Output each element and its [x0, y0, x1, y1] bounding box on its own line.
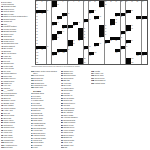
cell-number: 30 [41, 13, 46, 15]
cell-number: 47 [57, 22, 62, 24]
cell-number: 66 [105, 31, 110, 33]
cell-number: 82 [110, 40, 115, 42]
cell-number: 29 [36, 13, 41, 15]
cell-number: 68 [36, 34, 41, 36]
cell-number: 114 [84, 61, 89, 63]
cell-number: 110 [36, 58, 41, 60]
cell-number: 35 [62, 16, 67, 18]
cell-number: 99 [121, 49, 126, 51]
cell-number: 52 [52, 25, 57, 27]
cell-number: 94 [126, 46, 131, 48]
bottom-clue-columns: 105 Middle of the long-winded story110 L… [31, 70, 149, 150]
white-cell [57, 61, 62, 64]
clue-column-4: 102 Wrath104 Fancy roe106 Deep hole107 C… [91, 70, 119, 150]
cell-number: 34 [36, 16, 41, 18]
cell-number: 73 [36, 37, 41, 39]
cell-number: 91 [68, 46, 73, 48]
cell-number: 98 [84, 49, 89, 51]
clue-column-5 [121, 70, 149, 150]
cell-number: 41 [89, 19, 94, 21]
cell-number: 92 [89, 46, 94, 48]
white-cell [52, 61, 57, 64]
cell-number: 75 [84, 37, 89, 39]
cell-number: 14 [115, 1, 120, 3]
cell-number: 19 [142, 1, 147, 3]
cell-number: 23 [36, 7, 41, 9]
cell-number: 9 [84, 1, 89, 3]
cell-number: 27 [94, 10, 99, 12]
cell-number: 60 [84, 28, 89, 30]
cell-number: 51 [36, 25, 41, 27]
clue-column-3: 32 Shade tree33 Zodiac lion35 Church ben… [61, 70, 89, 150]
cell-number: 74 [57, 37, 62, 39]
cell-number: 101 [57, 52, 62, 54]
cell-number: 87 [99, 43, 104, 45]
cell-number: 62 [131, 28, 136, 30]
cell-number: 13 [110, 1, 115, 3]
cell-number: 105 [36, 55, 41, 57]
cell-number: 64 [62, 31, 67, 33]
white-cell [41, 61, 46, 64]
cell-number: 69 [57, 34, 62, 36]
cell-number: 70 [84, 34, 89, 36]
cell-number: 6 [68, 1, 73, 3]
cell-number: 25 [99, 7, 104, 9]
cell-number: 107 [89, 55, 94, 57]
cell-number: 85 [36, 43, 41, 45]
cell-number: 4 [57, 1, 62, 3]
cell-number: 76 [99, 37, 104, 39]
cell-number: 44 [136, 19, 141, 21]
crossword-page: 1 Sea eagle4 Spa features12 Slugger's st… [0, 0, 150, 150]
cell-number: 3 [47, 1, 52, 3]
cell-number: 72 [121, 34, 126, 36]
cell-number: 113 [36, 61, 41, 63]
white-cell [94, 61, 99, 64]
cell-number: 21 [57, 4, 62, 6]
white-cell [136, 61, 141, 64]
white-cell [142, 61, 147, 64]
cell-number: 55 [110, 25, 115, 27]
cell-number: 39 [36, 19, 41, 21]
black-cell [78, 61, 83, 64]
cell-number: 112 [131, 58, 136, 60]
cell-number: 22 [105, 4, 110, 6]
cell-number: 53 [73, 25, 78, 27]
cell-number: 12 [105, 1, 110, 3]
cell-number: 1 [36, 1, 41, 3]
white-cell [99, 61, 104, 64]
cell-number: 93 [94, 46, 99, 48]
cell-number: 45 [142, 19, 147, 21]
cell-number: 104 [115, 52, 120, 54]
cell-number: 50 [115, 22, 120, 24]
cell-number: 48 [78, 22, 83, 24]
cell-number: 103 [94, 52, 99, 54]
cell-number: 79 [52, 40, 57, 42]
cell-number: 115 [131, 61, 136, 63]
white-cell [89, 61, 94, 64]
cell-number: 95 [36, 49, 41, 51]
clue-column-left: 1 Sea eagle4 Spa features12 Slugger's st… [1, 1, 29, 150]
cell-number: 88 [105, 43, 110, 45]
crossword-grid: 1234567891011121314151617181920212223242… [35, 0, 148, 65]
cell-number: 17 [131, 1, 136, 3]
cell-number: 83 [115, 40, 120, 42]
cell-number: 71 [105, 34, 110, 36]
clue-item: 109 Latest thing [91, 82, 119, 84]
cell-number: 109 [142, 55, 147, 57]
cell-number: 42 [94, 19, 99, 21]
cell-number: 38 [121, 16, 126, 18]
clue-item: 103 Inert gas [1, 146, 29, 148]
cell-number: 77 [121, 37, 126, 39]
white-cell [121, 61, 126, 64]
cell-number: 97 [68, 49, 73, 51]
black-cell [126, 61, 131, 64]
cell-number: 7 [73, 1, 78, 3]
cell-number: 106 [52, 55, 57, 57]
cell-number: 65 [84, 31, 89, 33]
cell-number: 54 [105, 25, 110, 27]
cell-number: 40 [57, 19, 62, 21]
white-cell [62, 61, 67, 64]
cell-number: 58 [62, 28, 67, 30]
cell-number: 2 [41, 1, 46, 3]
cell-number: 46 [36, 22, 41, 24]
clue-item: 115 Chair part [31, 86, 59, 88]
byline-text: Answers to this week's puzzle will appea… [31, 66, 131, 68]
cell-number: 10 [89, 1, 94, 3]
cell-number: 59 [68, 28, 73, 30]
cell-number: 43 [115, 19, 120, 21]
cell-number: 16 [126, 1, 131, 3]
white-cell: 114 [84, 61, 89, 64]
white-cell [115, 61, 120, 64]
clue-item: 101 Tiff [61, 146, 89, 148]
cell-number: 57 [36, 28, 41, 30]
cell-number: 100 [36, 52, 41, 54]
white-cell [110, 61, 115, 64]
white-cell [47, 61, 52, 64]
cell-number: 108 [136, 55, 141, 57]
cell-number: 11 [94, 1, 99, 3]
white-cell [68, 61, 73, 64]
cell-number: 36 [99, 16, 104, 18]
cell-number: 33 [126, 13, 131, 15]
white-cell: 115 [131, 61, 136, 64]
cell-number: 111 [84, 58, 89, 60]
cell-number: 49 [84, 22, 89, 24]
cell-number: 61 [105, 28, 110, 30]
cell-number: 20 [36, 4, 41, 6]
cell-number: 31 [68, 13, 73, 15]
white-cell: 113 [36, 61, 41, 64]
white-cell [105, 61, 110, 64]
cell-number: 96 [41, 49, 46, 51]
white-cell [73, 61, 78, 64]
cell-number: 81 [78, 40, 83, 42]
cell-number: 89 [126, 43, 131, 45]
cell-number: 63 [36, 31, 41, 33]
cell-number: 56 [131, 25, 136, 27]
cell-number: 5 [62, 1, 67, 3]
cell-number: 26 [47, 10, 52, 12]
cell-number: 28 [131, 10, 136, 12]
cell-number: 102 [62, 52, 67, 54]
cell-number: 84 [131, 40, 136, 42]
cell-number: 32 [89, 13, 94, 15]
cell-number: 18 [136, 1, 141, 3]
cell-number: 78 [36, 40, 41, 42]
clue-item: 30 If not [31, 146, 59, 148]
cell-number: 80 [73, 40, 78, 42]
cell-number: 86 [73, 43, 78, 45]
cell-number: 8 [78, 1, 83, 3]
clue-column-2: 105 Middle of the long-winded story110 L… [31, 70, 59, 150]
cell-number: 37 [115, 16, 120, 18]
cell-number: 15 [121, 1, 126, 3]
cell-number: 24 [52, 7, 57, 9]
cell-number: 67 [126, 31, 131, 33]
cell-number: 90 [47, 46, 52, 48]
